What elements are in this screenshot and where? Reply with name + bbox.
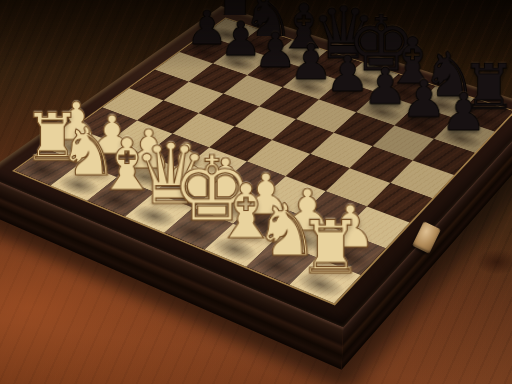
vignette bbox=[0, 0, 512, 384]
photo-canvas: ♜♞♝♛♚♝♞♜♟♟♟♟♟♟♟♟♟♟♟♟♟♟♟♟♜♞♝♛♚♝♞♜ bbox=[0, 0, 512, 384]
